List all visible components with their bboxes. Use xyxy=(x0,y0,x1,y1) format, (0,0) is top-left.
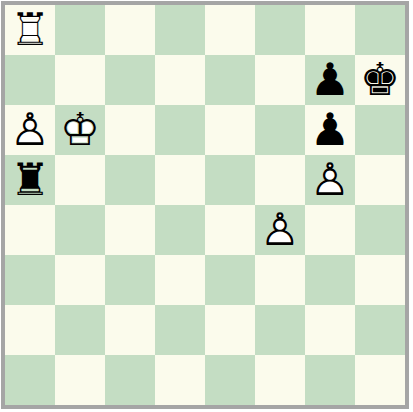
square-c1[interactable] xyxy=(105,355,155,405)
square-a6[interactable]: ♟♙ xyxy=(5,105,55,155)
white-rook[interactable]: ♜♖ xyxy=(5,5,55,55)
square-a8[interactable]: ♜♖ xyxy=(5,5,55,55)
piece-outline-layer: ♙ xyxy=(305,155,355,205)
square-d6[interactable] xyxy=(155,105,205,155)
square-b8[interactable] xyxy=(55,5,105,55)
square-a5[interactable]: ♜ xyxy=(5,155,55,205)
black-pawn[interactable]: ♟ xyxy=(305,105,355,155)
square-f2[interactable] xyxy=(255,305,305,355)
square-f8[interactable] xyxy=(255,5,305,55)
square-g7[interactable]: ♟ xyxy=(305,55,355,105)
square-b1[interactable] xyxy=(55,355,105,405)
square-f7[interactable] xyxy=(255,55,305,105)
chess-board: ♜♖♟♚♟♙♚♔♟♜♟♙♟♙ xyxy=(5,5,405,405)
piece-outline-layer: ♙ xyxy=(5,105,55,155)
square-c2[interactable] xyxy=(105,305,155,355)
square-h3[interactable] xyxy=(355,255,405,305)
square-c7[interactable] xyxy=(105,55,155,105)
square-d1[interactable] xyxy=(155,355,205,405)
square-d5[interactable] xyxy=(155,155,205,205)
square-h1[interactable] xyxy=(355,355,405,405)
piece-glyph: ♟ xyxy=(305,55,355,105)
square-b3[interactable] xyxy=(55,255,105,305)
square-b4[interactable] xyxy=(55,205,105,255)
square-e7[interactable] xyxy=(205,55,255,105)
white-king[interactable]: ♚♔ xyxy=(55,105,105,155)
square-a1[interactable] xyxy=(5,355,55,405)
piece-outline-layer: ♙ xyxy=(255,205,305,255)
square-b6[interactable]: ♚♔ xyxy=(55,105,105,155)
square-g5[interactable]: ♟♙ xyxy=(305,155,355,205)
piece-outline-layer: ♖ xyxy=(5,5,55,55)
square-g6[interactable]: ♟ xyxy=(305,105,355,155)
square-b7[interactable] xyxy=(55,55,105,105)
white-pawn[interactable]: ♟♙ xyxy=(255,205,305,255)
square-c3[interactable] xyxy=(105,255,155,305)
square-a2[interactable] xyxy=(5,305,55,355)
square-g4[interactable] xyxy=(305,205,355,255)
square-e3[interactable] xyxy=(205,255,255,305)
chess-diagram-page: ♜♖♟♚♟♙♚♔♟♜♟♙♟♙ xyxy=(0,0,413,412)
black-rook[interactable]: ♜ xyxy=(5,155,55,205)
square-a3[interactable] xyxy=(5,255,55,305)
square-b2[interactable] xyxy=(55,305,105,355)
square-d8[interactable] xyxy=(155,5,205,55)
square-h4[interactable] xyxy=(355,205,405,255)
square-e4[interactable] xyxy=(205,205,255,255)
square-f3[interactable] xyxy=(255,255,305,305)
piece-outline-layer: ♔ xyxy=(55,105,105,155)
square-f4[interactable]: ♟♙ xyxy=(255,205,305,255)
square-d7[interactable] xyxy=(155,55,205,105)
square-e1[interactable] xyxy=(205,355,255,405)
square-a4[interactable] xyxy=(5,205,55,255)
square-f1[interactable] xyxy=(255,355,305,405)
square-c6[interactable] xyxy=(105,105,155,155)
white-pawn[interactable]: ♟♙ xyxy=(305,155,355,205)
piece-glyph: ♟ xyxy=(305,105,355,155)
white-pawn[interactable]: ♟♙ xyxy=(5,105,55,155)
square-e6[interactable] xyxy=(205,105,255,155)
square-h5[interactable] xyxy=(355,155,405,205)
square-h2[interactable] xyxy=(355,305,405,355)
square-g3[interactable] xyxy=(305,255,355,305)
square-f6[interactable] xyxy=(255,105,305,155)
black-king[interactable]: ♚ xyxy=(355,55,405,105)
piece-glyph: ♜ xyxy=(5,155,55,205)
black-pawn[interactable]: ♟ xyxy=(305,55,355,105)
square-f5[interactable] xyxy=(255,155,305,205)
square-g1[interactable] xyxy=(305,355,355,405)
square-d4[interactable] xyxy=(155,205,205,255)
square-h6[interactable] xyxy=(355,105,405,155)
square-e8[interactable] xyxy=(205,5,255,55)
square-d3[interactable] xyxy=(155,255,205,305)
square-g2[interactable] xyxy=(305,305,355,355)
square-c4[interactable] xyxy=(105,205,155,255)
square-c5[interactable] xyxy=(105,155,155,205)
square-e5[interactable] xyxy=(205,155,255,205)
square-c8[interactable] xyxy=(105,5,155,55)
piece-glyph: ♚ xyxy=(355,55,405,105)
square-a7[interactable] xyxy=(5,55,55,105)
square-h7[interactable]: ♚ xyxy=(355,55,405,105)
square-g8[interactable] xyxy=(305,5,355,55)
square-b5[interactable] xyxy=(55,155,105,205)
square-d2[interactable] xyxy=(155,305,205,355)
square-e2[interactable] xyxy=(205,305,255,355)
board-frame: ♜♖♟♚♟♙♚♔♟♜♟♙♟♙ xyxy=(1,1,409,409)
square-h8[interactable] xyxy=(355,5,405,55)
